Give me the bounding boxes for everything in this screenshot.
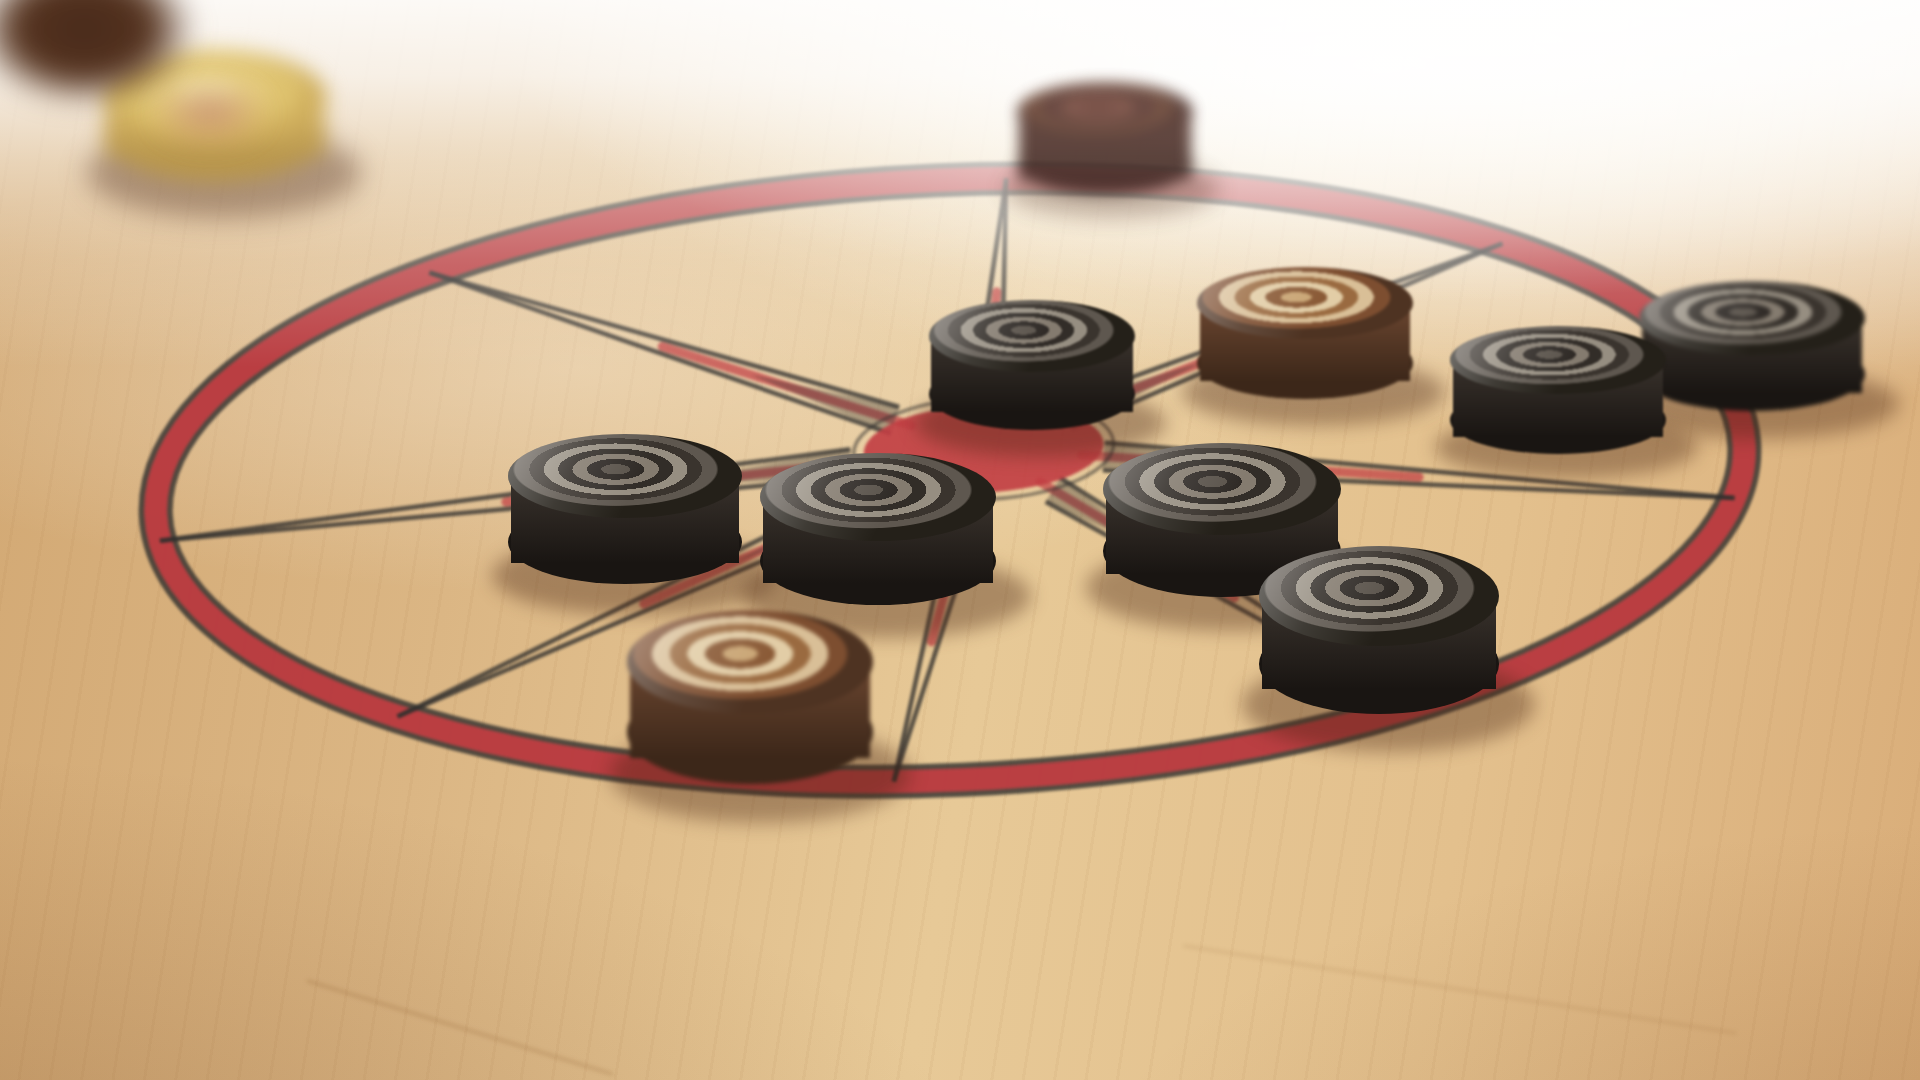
carrom-coin-black-5[interactable] [760, 453, 996, 605]
coin-sheen [929, 300, 1135, 372]
carrom-coin-white-2[interactable] [627, 610, 873, 784]
carrom-coin-black-7[interactable] [1259, 546, 1499, 714]
carrom-coin-white-1[interactable] [1197, 267, 1413, 399]
coin-sheen [1450, 326, 1666, 394]
coin-sheen [508, 434, 742, 518]
carrom-coin-black-3[interactable] [1639, 281, 1865, 411]
carrom-coin-black-1[interactable] [929, 300, 1135, 430]
coin-sheen [1197, 267, 1413, 339]
carrom-coin-black-2[interactable] [1450, 326, 1666, 454]
carrom-coin-black-4[interactable] [508, 434, 742, 584]
coin-sheen [1103, 443, 1341, 535]
coin-sheen [1259, 546, 1499, 646]
coin-sheen [627, 610, 873, 714]
coin-sheen [760, 453, 996, 541]
carrom-board-photo [0, 0, 1920, 1080]
coin-sheen [1639, 281, 1865, 355]
carrom-coin-queen-1[interactable] [1017, 82, 1193, 194]
coin-face [1017, 82, 1193, 142]
finger-tip-blurred [150, 78, 270, 148]
